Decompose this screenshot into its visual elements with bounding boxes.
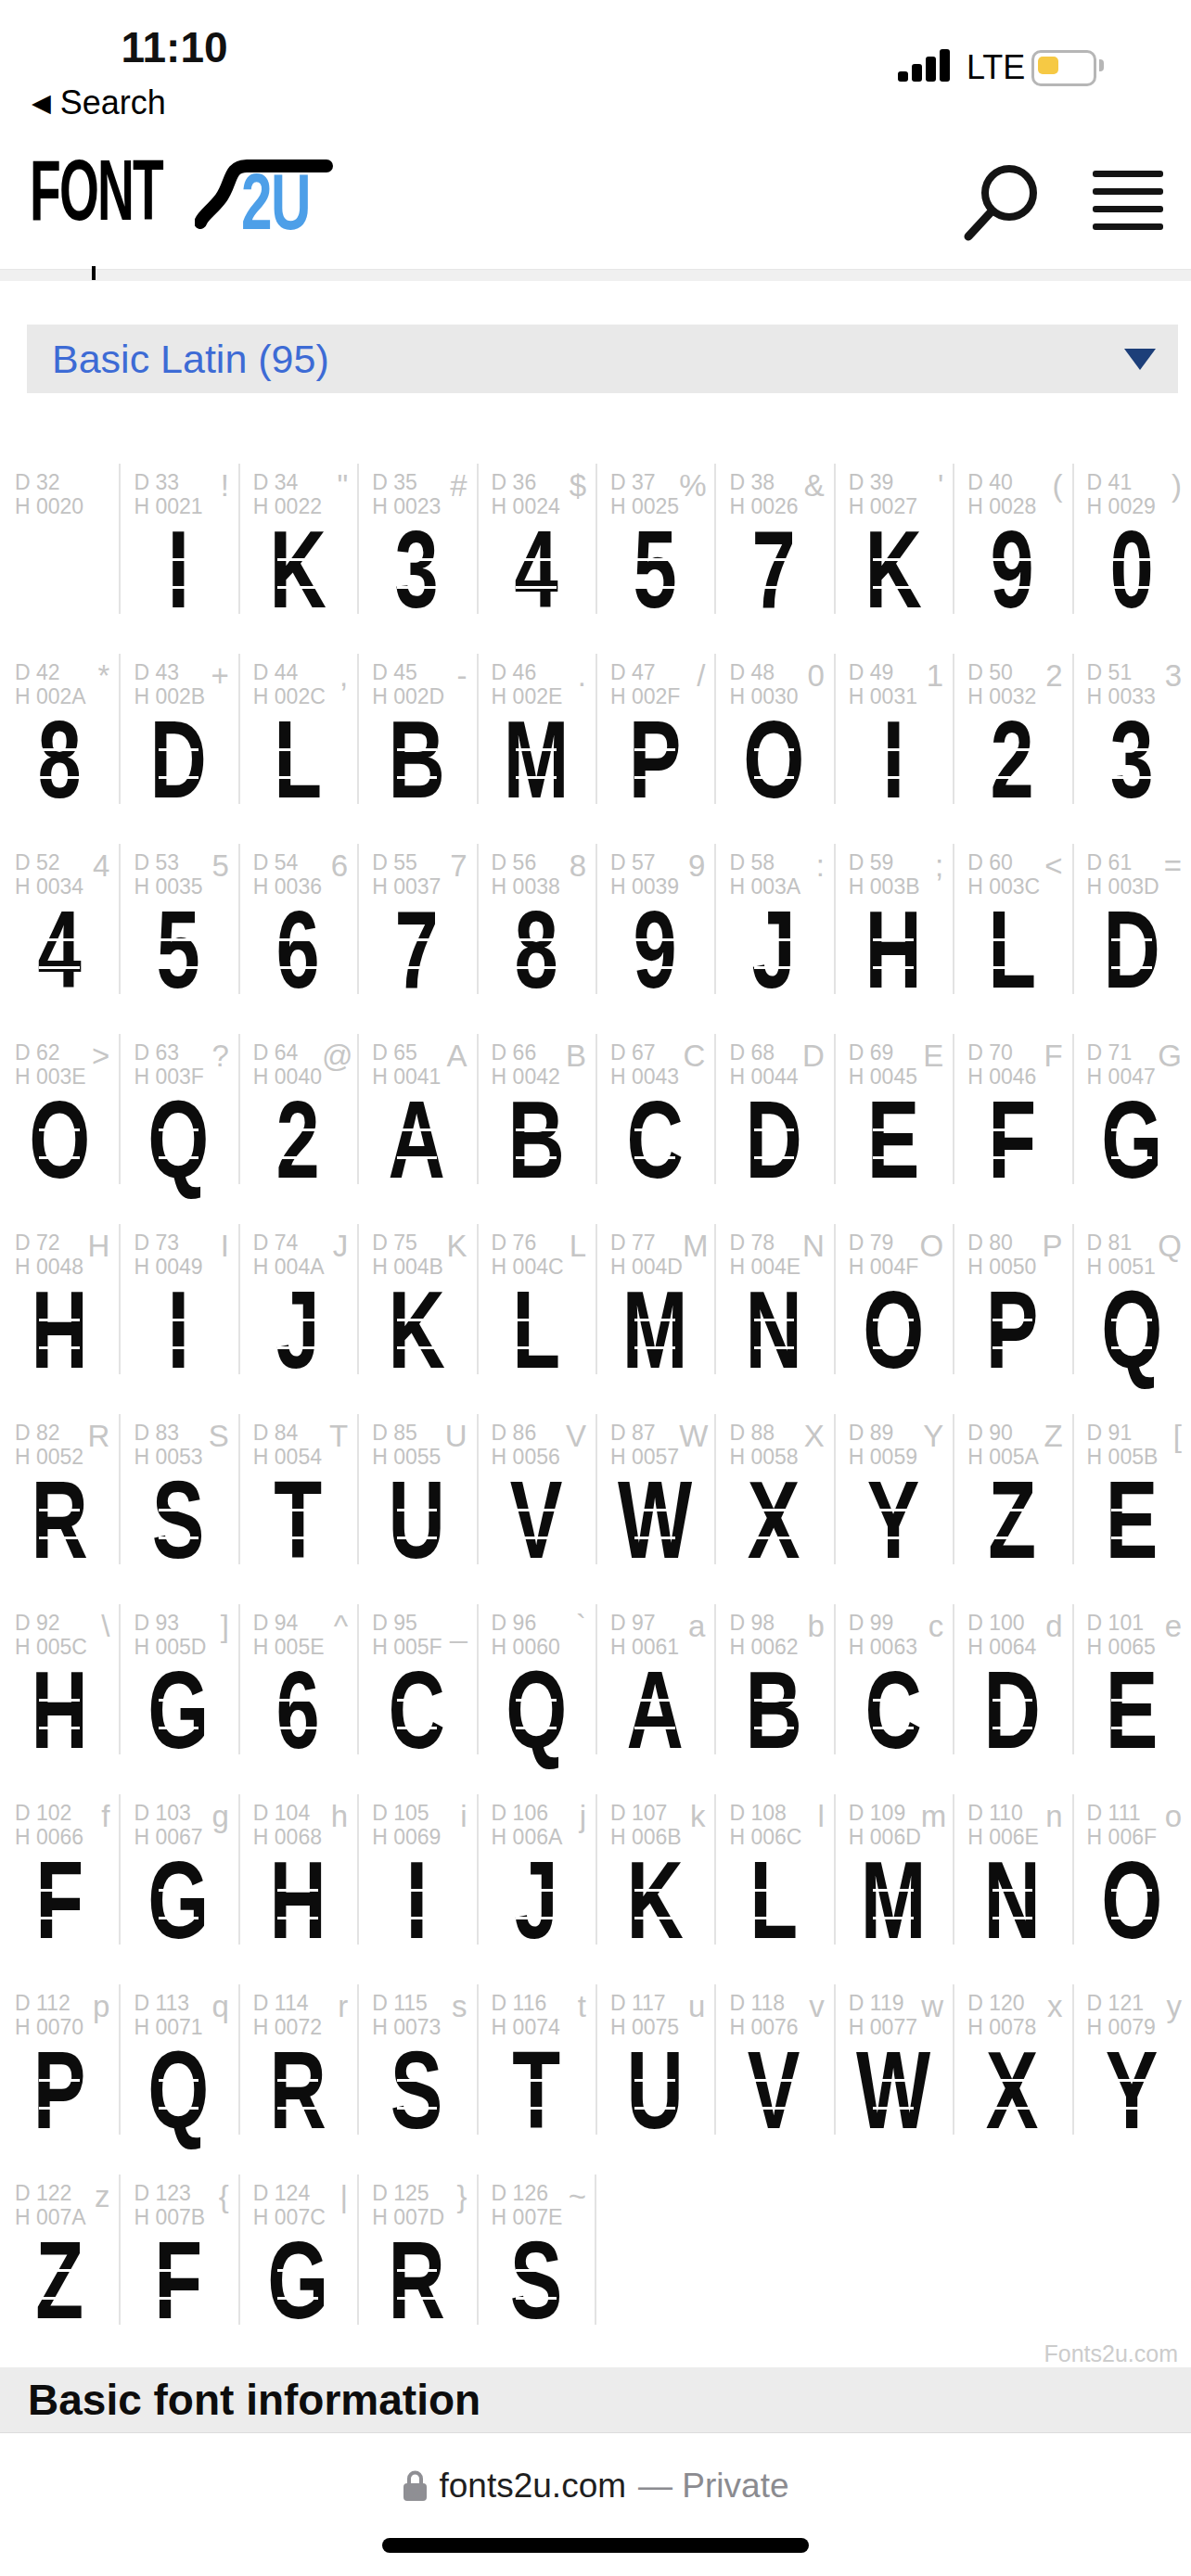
charmap-cell: D 58H 003A:J: [714, 842, 833, 1032]
char-reference: ^: [334, 1611, 349, 1642]
char-glyph: M: [493, 721, 579, 799]
charmap-cell: D 46H 002E.M: [477, 652, 595, 842]
char-glyph: S: [374, 2051, 459, 2130]
charmap-cell: D 110H 006EnN: [953, 1792, 1071, 1983]
char-reference: $: [570, 470, 586, 502]
char-dec-label: D 120: [967, 1991, 1036, 2015]
char-dec-label: D 89: [849, 1421, 917, 1445]
char-reference: ': [938, 470, 943, 502]
charmap-cell: D 40H 0028(9: [953, 462, 1071, 652]
charmap-cell: D 114H 0072rR: [238, 1983, 357, 2173]
char-glyph: D: [1089, 911, 1174, 989]
char-glyph: X: [969, 2051, 1055, 2130]
char-dec-label: D 90: [967, 1421, 1039, 1445]
charmap-cell: D 60H 003C<L: [953, 842, 1071, 1032]
charmap-cell: D 102H 0066fF: [0, 1792, 119, 1983]
char-reference: ;: [935, 850, 943, 882]
char-glyph: D: [969, 1671, 1055, 1750]
char-reference: A: [447, 1040, 467, 1072]
char-glyph: 2: [255, 1101, 340, 1180]
fonts2u-logo[interactable]: FONT 2U: [30, 158, 317, 243]
char-glyph: V: [493, 1481, 579, 1560]
char-reference: f: [101, 1801, 109, 1832]
char-dec-label: D 36: [492, 470, 560, 494]
char-dec-label: D 84: [253, 1421, 322, 1445]
char-glyph: L: [493, 1291, 579, 1370]
char-glyph: H: [851, 911, 936, 989]
char-dec-label: D 110: [967, 1801, 1039, 1825]
char-glyph: U: [612, 2051, 698, 2130]
char-dec-label: D 97: [610, 1611, 679, 1635]
char-reference: w: [921, 1991, 943, 2022]
back-arrow-icon: ◀: [32, 86, 51, 120]
char-glyph: F: [17, 1861, 102, 1940]
charmap-cell: D 49H 00311I: [834, 652, 953, 842]
char-reference: O: [920, 1231, 944, 1262]
charmap-cell: D 53H 003555: [119, 842, 237, 1032]
charmap-cell: D 74H 004AJJ: [238, 1222, 357, 1412]
char-dec-label: D 91: [1087, 1421, 1159, 1445]
char-glyph: U: [374, 1481, 459, 1560]
char-dec-label: D 96: [492, 1611, 560, 1635]
char-dec-label: D 113: [134, 1991, 202, 2015]
charmap-cell: D 93H 005D]G: [119, 1602, 237, 1792]
char-reference: D: [802, 1040, 825, 1072]
char-glyph: E: [1089, 1481, 1174, 1560]
char-glyph: Q: [135, 1101, 221, 1180]
charmap-cell: D 79H 004FOO: [834, 1222, 953, 1412]
char-glyph: J: [731, 911, 816, 989]
char-reference: 8: [570, 850, 586, 882]
char-dec-label: D 76: [492, 1231, 564, 1255]
site-watermark: Fonts2u.com: [1044, 2340, 1178, 2367]
charmap-cell: D 103H 0067gG: [119, 1792, 237, 1983]
char-reference: ?: [211, 1040, 228, 1072]
char-glyph: B: [731, 1671, 816, 1750]
char-glyph: S: [493, 2241, 579, 2320]
char-dec-label: D 50: [967, 660, 1036, 684]
char-glyph: P: [17, 2051, 102, 2130]
char-dec-label: D 126: [492, 2181, 563, 2205]
charmap-cell: D 78H 004ENN: [714, 1222, 833, 1412]
charmap-cell: D 62H 003E>O: [0, 1032, 119, 1222]
char-dec-label: D 111: [1087, 1801, 1157, 1825]
charmap-cell: D 82H 0052RR: [0, 1412, 119, 1602]
char-dec-label: D 125: [372, 2181, 444, 2205]
char-reference: ,: [339, 660, 348, 692]
char-reference: c: [928, 1611, 944, 1642]
char-dec-label: D 60: [967, 850, 1040, 874]
char-dec-label: D 112: [15, 1991, 83, 2015]
chevron-down-icon: [1124, 349, 1156, 370]
char-dec-label: D 105: [372, 1801, 441, 1825]
char-glyph: 8: [493, 911, 579, 989]
char-dec-label: D 55: [372, 850, 441, 874]
hamburger-menu-icon[interactable]: [1093, 171, 1163, 236]
charmap-cell: D 120H 0078xX: [953, 1983, 1071, 2173]
url-privacy-label: — Private: [638, 2467, 788, 2506]
char-dec-label: D 61: [1087, 850, 1159, 874]
char-glyph: N: [731, 1291, 816, 1370]
char-reference: H: [88, 1231, 110, 1262]
char-dec-label: D 100: [967, 1611, 1036, 1635]
charmap-cell: D 113H 0071qQ: [119, 1983, 237, 2173]
clock: 11:10: [82, 22, 267, 72]
char-glyph: G: [255, 2241, 340, 2320]
char-dec-label: D 32: [15, 470, 83, 494]
char-glyph: B: [493, 1101, 579, 1180]
char-reference: K: [447, 1231, 467, 1262]
char-reference: `: [576, 1611, 586, 1642]
char-reference: 3: [1165, 660, 1182, 692]
charmap-cell: D 89H 0059YY: [834, 1412, 953, 1602]
char-reference: _: [450, 1611, 467, 1642]
char-glyph: I: [135, 1291, 221, 1370]
charmap-cell: D 84H 0054TT: [238, 1412, 357, 1602]
charmap-cell: D 98H 0062bB: [714, 1602, 833, 1792]
char-reference: ]: [221, 1611, 229, 1642]
char-dec-label: D 56: [492, 850, 560, 874]
charmap-cell: D 118H 0076vV: [714, 1983, 833, 2173]
char-glyph: F: [969, 1101, 1055, 1180]
char-glyph: P: [969, 1291, 1055, 1370]
char-dec-label: D 87: [610, 1421, 679, 1445]
charmap-cell: D 108H 006ClL: [714, 1792, 833, 1983]
char-glyph: 3: [374, 530, 459, 609]
char-glyph: S: [135, 1481, 221, 1560]
charmap-cell: D 50H 003222: [953, 652, 1071, 842]
char-dec-label: D 95: [372, 1611, 442, 1635]
char-dec-label: D 83: [134, 1421, 202, 1445]
charmap-cell: D 61H 003D=D: [1072, 842, 1191, 1032]
char-dec-label: D 92: [15, 1611, 87, 1635]
charmap-cell: D 52H 003444: [0, 842, 119, 1032]
char-dec-label: D 49: [849, 660, 917, 684]
char-reference: R: [88, 1421, 110, 1452]
char-reference: /: [697, 660, 705, 692]
char-dec-label: D 63: [134, 1040, 203, 1065]
browser-bottom-bar: fonts2u.com — Private: [0, 2433, 1191, 2576]
char-reference: P: [1043, 1231, 1063, 1262]
char-reference: Z: [1044, 1421, 1062, 1452]
char-glyph: C: [851, 1671, 936, 1750]
char-reference: g: [211, 1801, 228, 1832]
char-reference: {: [219, 2181, 229, 2213]
char-dec-label: D 43: [134, 660, 205, 684]
charmap-cell: D 81H 0051QQ: [1072, 1222, 1191, 1412]
char-glyph: O: [731, 721, 816, 799]
char-dec-label: D 98: [729, 1611, 798, 1635]
back-to-search-link[interactable]: ◀ Search: [32, 83, 166, 122]
charmap-cell: D 83H 0053SS: [119, 1412, 237, 1602]
char-dec-label: D 73: [134, 1231, 202, 1255]
char-reference: z: [95, 2181, 110, 2213]
char-reference: B: [566, 1040, 586, 1072]
char-reference: 2: [1045, 660, 1062, 692]
char-glyph: Q: [135, 2051, 221, 2130]
char-glyph: N: [969, 1861, 1055, 1940]
char-glyph: 7: [731, 530, 816, 609]
char-glyph: X: [731, 1481, 816, 1560]
char-glyph: 5: [135, 911, 221, 989]
char-glyph: A: [374, 1101, 459, 1180]
char-glyph: O: [17, 1101, 102, 1180]
char-reference: N: [802, 1231, 825, 1262]
search-icon[interactable]: [957, 156, 1043, 245]
char-dec-label: D 107: [610, 1801, 682, 1825]
charmap-cell: D 106H 006AjJ: [477, 1792, 595, 1983]
charmap-cell: D 45H 002D-B: [357, 652, 476, 842]
char-glyph: 9: [969, 530, 1055, 609]
char-dec-label: D 57: [610, 850, 679, 874]
char-dec-label: D 108: [729, 1801, 801, 1825]
charmap-cell: D 92H 005C\H: [0, 1602, 119, 1792]
charmap-cell: D 116H 0074tT: [477, 1983, 595, 2173]
char-reference: U: [445, 1421, 467, 1452]
char-dec-label: D 38: [729, 470, 798, 494]
char-dec-label: D 93: [134, 1611, 206, 1635]
char-dec-label: D 118: [729, 1991, 798, 2015]
char-dec-label: D 66: [492, 1040, 560, 1065]
char-reference: v: [809, 1991, 825, 2022]
charmap-cell: D 38H 0026&7: [714, 462, 833, 652]
char-glyph: P: [612, 721, 698, 799]
char-dec-label: D 109: [849, 1801, 921, 1825]
char-glyph: H: [17, 1291, 102, 1370]
char-dec-label: D 94: [253, 1611, 325, 1635]
char-dec-label: D 34: [253, 470, 322, 494]
char-reference: 6: [331, 850, 348, 882]
char-reference: 4: [93, 850, 109, 882]
charmap-cell: D 94H 005E^6: [238, 1602, 357, 1792]
charmap-cell: D 65H 0041AA: [357, 1032, 476, 1222]
char-dec-label: D 58: [729, 850, 800, 874]
char-glyph: 9: [612, 911, 698, 989]
char-dec-label: D 47: [610, 660, 680, 684]
charmap-cell: D 64H 0040@2: [238, 1032, 357, 1222]
carrier-label: LTE: [967, 48, 1025, 87]
char-dec-label: D 106: [492, 1801, 563, 1825]
char-dec-label: D 53: [134, 850, 202, 874]
char-glyph: K: [255, 530, 340, 609]
charmap-cell: D 122H 007AzZ: [0, 2173, 119, 2363]
charmap-cell: D 34H 0022"K: [238, 462, 357, 652]
char-glyph: L: [731, 1861, 816, 1940]
char-dec-label: D 123: [134, 2181, 205, 2205]
char-dec-label: D 46: [492, 660, 563, 684]
url-bar[interactable]: fonts2u.com — Private: [0, 2467, 1191, 2506]
charmap-cell: D 96H 0060`Q: [477, 1602, 595, 1792]
char-glyph: 8: [17, 721, 102, 799]
battery-tip: [1099, 59, 1104, 71]
scrolled-text-fragment: [92, 266, 96, 280]
char-reference: 5: [211, 850, 228, 882]
char-glyph: I: [374, 1861, 459, 1940]
char-reference: a: [688, 1611, 705, 1642]
char-reference: <: [1044, 850, 1062, 882]
char-dec-label: D 121: [1087, 1991, 1156, 2015]
char-glyph: O: [1089, 1861, 1174, 1940]
logo-text-2u: 2U: [241, 172, 310, 230]
char-glyph: J: [255, 1291, 340, 1370]
char-glyph: B: [374, 721, 459, 799]
char-reference: W: [679, 1421, 708, 1452]
char-dec-label: D 81: [1087, 1231, 1156, 1255]
char-reference: ": [337, 470, 348, 502]
char-glyph: J: [493, 1861, 579, 1940]
char-dec-label: D 115: [372, 1991, 441, 2015]
charmap-cell: D 101H 0065eE: [1072, 1602, 1191, 1792]
char-hex-label: H 0020: [15, 494, 83, 518]
charmap-cell: D 63H 003F?Q: [119, 1032, 237, 1222]
char-dec-label: D 117: [610, 1991, 679, 2015]
header-divider: [0, 269, 1191, 281]
char-reference: :: [816, 850, 825, 882]
char-dec-label: D 33: [134, 470, 202, 494]
char-glyph: I: [135, 530, 221, 609]
char-dec-label: D 85: [372, 1421, 441, 1445]
char-dec-label: D 35: [372, 470, 441, 494]
char-dec-label: D 74: [253, 1231, 325, 1255]
charmap-cell: D 87H 0057WW: [595, 1412, 714, 1602]
home-indicator[interactable]: [382, 2538, 809, 2553]
char-glyph: 6: [255, 1671, 340, 1750]
char-reference: l: [817, 1801, 824, 1832]
char-reference: 7: [450, 850, 467, 882]
charmap-cell: D 36H 0024$4: [477, 462, 595, 652]
char-glyph: R: [255, 2051, 340, 2130]
char-dec-label: D 59: [849, 850, 920, 874]
charmap-cell: D 117H 0075uU: [595, 1983, 714, 2173]
char-glyph: K: [374, 1291, 459, 1370]
char-reference: X: [804, 1421, 825, 1452]
char-reference: -: [457, 660, 467, 692]
char-reference: @: [322, 1040, 353, 1072]
char-dec-label: D 70: [967, 1040, 1036, 1065]
char-reference: =: [1164, 850, 1182, 882]
char-glyph: I: [851, 721, 936, 799]
charmap-cell: D 75H 004BKK: [357, 1222, 476, 1412]
char-reference: I: [221, 1231, 229, 1262]
char-glyph: 2: [969, 721, 1055, 799]
char-reference: b: [807, 1611, 824, 1642]
char-dec-label: D 51: [1087, 660, 1156, 684]
charmap-cell: D 121H 0079yY: [1072, 1983, 1191, 2173]
charmap-cell: D 57H 003999: [595, 842, 714, 1032]
char-dec-label: D 40: [967, 470, 1036, 494]
char-glyph: W: [851, 2051, 936, 2130]
section-header: Basic font information: [0, 2367, 1191, 2433]
url-domain: fonts2u.com: [440, 2467, 627, 2506]
char-dec-label: D 39: [849, 470, 917, 494]
char-reference: k: [690, 1801, 706, 1832]
char-glyph: E: [851, 1101, 936, 1180]
char-reference: S: [209, 1421, 229, 1452]
charmap-cell: D 123H 007B{F: [119, 2173, 237, 2363]
charmap-cell: D 125H 007D}R: [357, 2173, 476, 2363]
charmap-cell: D 111H 006FoO: [1072, 1792, 1191, 1983]
char-glyph: 7: [374, 911, 459, 989]
charmap-cell: D 33H 0021!I: [119, 462, 237, 652]
char-dec-label: D 116: [492, 1991, 560, 2015]
char-dec-label: D 102: [15, 1801, 83, 1825]
char-glyph: Q: [493, 1671, 579, 1750]
char-reference: 0: [807, 660, 824, 692]
charmap-cell: D 32H 0020: [0, 462, 119, 652]
char-reference: m: [921, 1801, 947, 1832]
char-glyph: G: [135, 1861, 221, 1940]
char-reference: M: [683, 1231, 709, 1262]
char-reference: u: [688, 1991, 705, 2022]
charmap-cell: D 71H 0047GG: [1072, 1032, 1191, 1222]
charmap-cell: D 47H 002F/P: [595, 652, 714, 842]
char-glyph: D: [731, 1101, 816, 1180]
char-dec-label: D 48: [729, 660, 798, 684]
char-reference: }: [457, 2181, 467, 2213]
char-dec-label: D 68: [729, 1040, 798, 1065]
char-glyph: M: [851, 1861, 936, 1940]
battery-fill: [1038, 57, 1058, 74]
char-reference: r: [338, 1991, 348, 2022]
char-reference: s: [452, 1991, 467, 2022]
charset-dropdown[interactable]: Basic Latin (95): [27, 325, 1178, 393]
char-reference: &: [804, 470, 825, 502]
char-glyph: C: [612, 1101, 698, 1180]
char-glyph: V: [731, 2051, 816, 2130]
charmap-cell: D 54H 003666: [238, 842, 357, 1032]
char-dec-label: D 42: [15, 660, 86, 684]
charmap-cell: D 91H 005B[E: [1072, 1412, 1191, 1602]
char-dec-label: D 103: [134, 1801, 202, 1825]
char-dec-label: D 52: [15, 850, 83, 874]
charmap-cell: D 42H 002A*8: [0, 652, 119, 842]
char-reference: (: [1053, 470, 1063, 502]
char-dec-label: D 37: [610, 470, 679, 494]
char-dec-label: D 114: [253, 1991, 322, 2015]
charmap-cell: D 73H 0049II: [119, 1222, 237, 1412]
char-glyph: L: [969, 911, 1055, 989]
char-glyph: 0: [1089, 530, 1174, 609]
char-reference: h: [331, 1801, 348, 1832]
char-glyph: G: [1089, 1101, 1174, 1180]
charmap-cell: D 41H 0029)0: [1072, 462, 1191, 652]
char-dec-label: D 54: [253, 850, 322, 874]
char-reference: C: [684, 1040, 706, 1072]
charmap-cell: D 109H 006DmM: [834, 1792, 953, 1983]
charmap-cell: D 59H 003B;H: [834, 842, 953, 1032]
charmap-cell: D 119H 0077wW: [834, 1983, 953, 2173]
char-dec-label: D 82: [15, 1421, 83, 1445]
char-dec-label: D 122: [15, 2181, 86, 2205]
char-glyph: 6: [255, 911, 340, 989]
charmap-cell: D 66H 0042BB: [477, 1032, 595, 1222]
charmap-cell: D 55H 003777: [357, 842, 476, 1032]
char-dec-label: D 119: [849, 1991, 917, 2015]
char-dec-label: D 124: [253, 2181, 326, 2205]
char-glyph: H: [17, 1671, 102, 1750]
char-dec-label: D 62: [15, 1040, 86, 1065]
char-dec-label: D 77: [610, 1231, 683, 1255]
charmap-cell: D 44H 002C,L: [238, 652, 357, 842]
char-glyph: T: [493, 2051, 579, 2130]
charmap-cell: D 68H 0044DD: [714, 1032, 833, 1222]
charmap-cell: D 72H 0048HH: [0, 1222, 119, 1412]
charmap-cell: D 104H 0068hH: [238, 1792, 357, 1983]
char-glyph: L: [255, 721, 340, 799]
char-glyph: Q: [1089, 1291, 1174, 1370]
charmap-cell: D 77H 004DMM: [595, 1222, 714, 1412]
character-map-grid: D 32H 0020D 33H 0021!ID 34H 0022"KD 35H …: [0, 462, 1191, 2363]
